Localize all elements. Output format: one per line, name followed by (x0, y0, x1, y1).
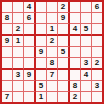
sudoku-cell-r1c7-empty[interactable] (70, 2, 81, 13)
sudoku-cell-r7c6-empty[interactable] (58, 70, 70, 81)
sudoku-cell-r3c6-empty[interactable] (58, 24, 70, 36)
sudoku-cell-r5c4-given[interactable]: 9 (36, 47, 47, 58)
sudoku-cell-r6c5-given[interactable]: 8 (47, 58, 58, 70)
sudoku-cell-r5c8-empty[interactable] (81, 47, 92, 58)
sudoku-cell-r1c4-empty[interactable] (36, 2, 47, 13)
sudoku-cell-r6c4-empty[interactable] (36, 58, 47, 70)
sudoku-cell-r4c8-empty[interactable] (81, 36, 92, 47)
sudoku-cell-r5c6-given[interactable]: 5 (58, 47, 70, 58)
sudoku-cell-r9c9-empty[interactable] (92, 92, 102, 102)
sudoku-cell-r9c6-empty[interactable] (58, 92, 70, 102)
board-row-3: 2145 (2, 24, 102, 36)
sudoku-cell-r9c7-given[interactable]: 2 (70, 92, 81, 102)
sudoku-cell-r4c2-given[interactable]: 1 (13, 36, 24, 47)
sudoku-cell-r5c5-empty[interactable] (47, 47, 58, 58)
board-row-6: 832 (2, 58, 102, 70)
sudoku-cell-r4c7-empty[interactable] (70, 36, 81, 47)
sudoku-cell-r8c5-empty[interactable] (47, 81, 58, 92)
sudoku-cell-r9c4-given[interactable]: 1 (36, 92, 47, 102)
sudoku-cell-r1c1-empty[interactable] (2, 2, 13, 13)
sudoku-cell-r3c4-empty[interactable] (36, 24, 47, 36)
sudoku-cell-r3c7-given[interactable]: 4 (70, 24, 81, 36)
sudoku-cell-r1c5-empty[interactable] (47, 2, 58, 13)
sudoku-cell-r6c3-empty[interactable] (24, 58, 36, 70)
sudoku-cell-r2c3-given[interactable]: 6 (24, 13, 36, 24)
sudoku-cell-r9c2-empty[interactable] (13, 92, 24, 102)
sudoku-cell-r6c1-empty[interactable] (2, 58, 13, 70)
sudoku-cell-r1c6-given[interactable]: 2 (58, 2, 70, 13)
sudoku-cell-r4c5-given[interactable]: 2 (47, 36, 58, 47)
sudoku-cell-r2c4-empty[interactable] (36, 13, 47, 24)
sudoku-cell-r8c8-empty[interactable] (81, 81, 92, 92)
sudoku-cell-r8c1-empty[interactable] (2, 81, 13, 92)
sudoku-cell-r6c7-empty[interactable] (70, 58, 81, 70)
sudoku-cell-r2c9-empty[interactable] (92, 13, 102, 24)
sudoku-cell-r4c3-empty[interactable] (24, 36, 36, 47)
sudoku-cell-r8c9-given[interactable]: 3 (92, 81, 102, 92)
sudoku-cell-r3c9-empty[interactable] (92, 24, 102, 36)
sudoku-cell-r8c2-empty[interactable] (13, 81, 24, 92)
board-row-9: 712 (2, 92, 102, 102)
sudoku-cell-r8c4-given[interactable]: 5 (36, 81, 47, 92)
sudoku-cell-r2c5-empty[interactable] (47, 13, 58, 24)
sudoku-cell-r3c3-empty[interactable] (24, 24, 36, 36)
sudoku-cell-r2c2-empty[interactable] (13, 13, 24, 24)
sudoku-cell-r7c2-given[interactable]: 3 (13, 70, 24, 81)
sudoku-cell-r5c2-empty[interactable] (13, 47, 24, 58)
sudoku-cell-r3c1-empty[interactable] (2, 24, 13, 36)
sudoku-board: 4268692145912958323974583712 (0, 0, 104, 104)
sudoku-cell-r2c8-empty[interactable] (81, 13, 92, 24)
sudoku-cell-r2c1-given[interactable]: 8 (2, 13, 13, 24)
sudoku-cell-r5c1-empty[interactable] (2, 47, 13, 58)
sudoku-cell-r4c4-empty[interactable] (36, 36, 47, 47)
sudoku-cell-r2c6-given[interactable]: 9 (58, 13, 70, 24)
sudoku-cell-r8c7-given[interactable]: 8 (70, 81, 81, 92)
board-row-5: 95 (2, 47, 102, 58)
board-row-7: 3974 (2, 70, 102, 81)
sudoku-cell-r6c8-given[interactable]: 3 (81, 58, 92, 70)
sudoku-cell-r8c3-empty[interactable] (24, 81, 36, 92)
sudoku-cell-r9c5-empty[interactable] (47, 92, 58, 102)
sudoku-cell-r5c7-empty[interactable] (70, 47, 81, 58)
sudoku-cell-r3c2-given[interactable]: 2 (13, 24, 24, 36)
sudoku-cell-r4c1-given[interactable]: 9 (2, 36, 13, 47)
sudoku-cell-r7c5-given[interactable]: 7 (47, 70, 58, 81)
sudoku-cell-r7c4-empty[interactable] (36, 70, 47, 81)
sudoku-cell-r9c8-empty[interactable] (81, 92, 92, 102)
sudoku-cell-r1c2-empty[interactable] (13, 2, 24, 13)
sudoku-cell-r4c9-empty[interactable] (92, 36, 102, 47)
sudoku-cell-r7c1-empty[interactable] (2, 70, 13, 81)
sudoku-cell-r8c6-empty[interactable] (58, 81, 70, 92)
sudoku-cell-r7c3-given[interactable]: 9 (24, 70, 36, 81)
sudoku-cell-r7c8-given[interactable]: 4 (81, 70, 92, 81)
sudoku-cell-r1c9-given[interactable]: 6 (92, 2, 102, 13)
sudoku-cell-r3c5-given[interactable]: 1 (47, 24, 58, 36)
sudoku-cell-r9c3-empty[interactable] (24, 92, 36, 102)
sudoku-cell-r7c7-empty[interactable] (70, 70, 81, 81)
sudoku-cell-r6c2-empty[interactable] (13, 58, 24, 70)
sudoku-cell-r7c9-empty[interactable] (92, 70, 102, 81)
sudoku-cell-r5c9-empty[interactable] (92, 47, 102, 58)
sudoku-cell-r6c9-given[interactable]: 2 (92, 58, 102, 70)
board-row-4: 912 (2, 36, 102, 47)
sudoku-cell-r1c8-empty[interactable] (81, 2, 92, 13)
sudoku-cell-r6c6-empty[interactable] (58, 58, 70, 70)
board-row-2: 869 (2, 13, 102, 24)
sudoku-cell-r2c7-empty[interactable] (70, 13, 81, 24)
board-row-1: 426 (2, 2, 102, 13)
sudoku-cell-r5c3-empty[interactable] (24, 47, 36, 58)
sudoku-cell-r9c1-given[interactable]: 7 (2, 92, 13, 102)
board-row-8: 583 (2, 81, 102, 92)
sudoku-cell-r1c3-given[interactable]: 4 (24, 2, 36, 13)
sudoku-cell-r4c6-empty[interactable] (58, 36, 70, 47)
sudoku-cell-r3c8-given[interactable]: 5 (81, 24, 92, 36)
